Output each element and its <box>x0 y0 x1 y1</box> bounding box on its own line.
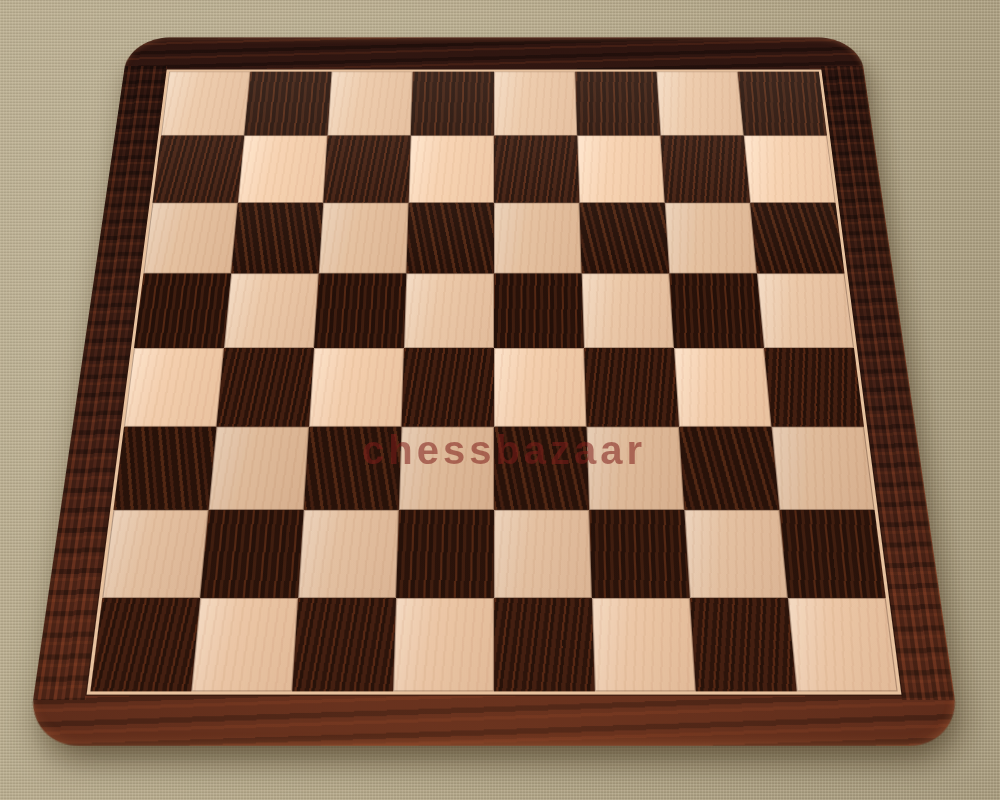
square-g4 <box>674 348 771 427</box>
square-b6 <box>231 203 323 274</box>
square-c3 <box>304 427 402 510</box>
square-g1 <box>690 598 797 691</box>
square-f4 <box>584 348 679 427</box>
square-e8 <box>494 72 577 136</box>
square-c4 <box>309 348 404 427</box>
square-a6 <box>143 203 237 274</box>
square-h3 <box>771 427 874 510</box>
square-h7 <box>744 136 836 203</box>
square-d3 <box>399 427 494 510</box>
square-h6 <box>750 203 844 274</box>
square-a5 <box>134 273 231 348</box>
square-c7 <box>323 136 411 203</box>
square-d8 <box>411 72 494 136</box>
square-f1 <box>592 598 696 691</box>
square-a7 <box>152 136 244 203</box>
playing-field <box>87 70 902 695</box>
square-f3 <box>586 427 684 510</box>
square-h1 <box>788 598 898 691</box>
square-a3 <box>113 427 216 510</box>
square-d2 <box>396 510 494 598</box>
square-b4 <box>217 348 314 427</box>
square-a4 <box>124 348 224 427</box>
square-c6 <box>319 203 409 274</box>
square-b5 <box>224 273 319 348</box>
square-h5 <box>757 273 854 348</box>
chessboard <box>26 37 961 745</box>
square-g6 <box>665 203 757 274</box>
square-h2 <box>779 510 885 598</box>
square-b8 <box>244 72 331 136</box>
square-a1 <box>90 598 200 691</box>
square-e7 <box>494 136 579 203</box>
square-a2 <box>102 510 208 598</box>
square-f2 <box>589 510 690 598</box>
square-h8 <box>738 72 827 136</box>
square-e5 <box>494 273 584 348</box>
square-a8 <box>161 72 250 136</box>
square-d4 <box>402 348 494 427</box>
square-g3 <box>679 427 779 510</box>
square-f6 <box>579 203 669 274</box>
square-g8 <box>656 72 743 136</box>
photo-background: chessbazaar <box>0 0 1000 800</box>
square-g7 <box>661 136 751 203</box>
square-c2 <box>298 510 399 598</box>
square-c1 <box>292 598 396 691</box>
square-b3 <box>209 427 309 510</box>
square-e4 <box>494 348 586 427</box>
square-f7 <box>577 136 665 203</box>
square-d7 <box>409 136 494 203</box>
square-g5 <box>669 273 764 348</box>
square-c8 <box>327 72 412 136</box>
square-e2 <box>494 510 592 598</box>
square-c5 <box>314 273 406 348</box>
square-g2 <box>684 510 788 598</box>
square-f5 <box>582 273 674 348</box>
square-d1 <box>393 598 494 691</box>
square-d6 <box>406 203 494 274</box>
square-b7 <box>238 136 328 203</box>
square-f8 <box>575 72 660 136</box>
board-scene <box>0 0 1000 800</box>
square-e3 <box>494 427 589 510</box>
square-e6 <box>494 203 582 274</box>
square-e1 <box>494 598 595 691</box>
square-b1 <box>191 598 298 691</box>
square-h4 <box>764 348 864 427</box>
square-b2 <box>200 510 304 598</box>
square-d5 <box>404 273 494 348</box>
